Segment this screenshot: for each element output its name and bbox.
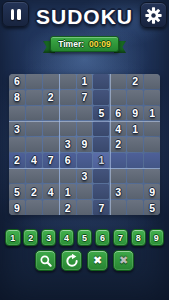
cell-r1c9[interactable] [144, 74, 160, 89]
cell-r6c2[interactable]: 4 [26, 153, 42, 168]
cell-r3c5[interactable] [77, 106, 93, 121]
cell-r9c1[interactable]: 9 [9, 200, 25, 215]
magnifier-icon [39, 254, 53, 268]
cell-r2c4[interactable] [60, 90, 76, 105]
x-gray-icon: ✖ [119, 254, 128, 267]
number-button-4[interactable]: 4 [59, 229, 75, 246]
cell-r6c1[interactable]: 2 [9, 153, 25, 168]
erase-disabled-button[interactable]: ✖ [113, 250, 134, 271]
cell-r1c6[interactable] [93, 74, 109, 89]
cell-r3c4[interactable] [60, 106, 76, 121]
cell-r8c3[interactable]: 4 [43, 184, 59, 199]
cell-r5c5[interactable]: 9 [77, 137, 93, 152]
cell-r4c4[interactable] [60, 121, 76, 136]
timer-ribbon: Timer: 00:09 [0, 35, 169, 55]
cell-r5c9[interactable] [144, 137, 160, 152]
cell-r4c6[interactable] [93, 121, 109, 136]
cell-r3c8[interactable]: 9 [127, 106, 143, 121]
cell-r9c5[interactable] [77, 200, 93, 215]
cell-r6c5[interactable] [77, 153, 93, 168]
cell-r2c3[interactable]: 2 [43, 90, 59, 105]
cell-r1c3[interactable] [43, 74, 59, 89]
cell-r7c6[interactable] [93, 169, 109, 184]
cell-r4c5[interactable] [77, 121, 93, 136]
sudoku-board-wrap: 61282756913413922476135241399275 [9, 74, 160, 215]
erase-button[interactable]: ✖ [87, 250, 108, 271]
gear-icon [145, 7, 162, 24]
cell-r3c7[interactable]: 6 [110, 106, 126, 121]
cell-r8c5[interactable] [77, 184, 93, 199]
undo-button[interactable] [61, 250, 82, 271]
cell-r8c4[interactable]: 1 [60, 184, 76, 199]
cell-r5c3[interactable] [43, 137, 59, 152]
hint-button[interactable] [35, 250, 56, 271]
cell-r2c6[interactable] [93, 90, 109, 105]
cell-r5c7[interactable]: 2 [110, 137, 126, 152]
cell-r3c1[interactable] [9, 106, 25, 121]
cell-r8c2[interactable]: 2 [26, 184, 42, 199]
cell-r9c7[interactable] [110, 200, 126, 215]
cell-r9c9[interactable]: 5 [144, 200, 160, 215]
cell-r6c6[interactable]: 1 [93, 153, 109, 168]
cell-r7c9[interactable] [144, 169, 160, 184]
cell-r8c9[interactable]: 9 [144, 184, 160, 199]
cell-r5c1[interactable] [9, 137, 25, 152]
sudoku-board: 61282756913413922476135241399275 [9, 74, 160, 215]
number-button-1[interactable]: 1 [5, 229, 21, 246]
cell-r1c1[interactable]: 6 [9, 74, 25, 89]
sudoku-app-screen: SUDOKU Timer: [0, 0, 169, 300]
cell-r6c7[interactable] [110, 153, 126, 168]
cell-r9c6[interactable]: 7 [93, 200, 109, 215]
number-button-8[interactable]: 8 [131, 229, 147, 246]
cell-r7c5[interactable]: 3 [77, 169, 93, 184]
cell-r6c9[interactable] [144, 153, 160, 168]
cell-r9c8[interactable] [127, 200, 143, 215]
number-button-7[interactable]: 7 [113, 229, 129, 246]
timer-label: Timer: [58, 39, 84, 49]
cell-r9c4[interactable]: 2 [60, 200, 76, 215]
cell-r8c1[interactable]: 5 [9, 184, 25, 199]
timer-bar: Timer: 00:09 [50, 36, 119, 52]
number-button-9[interactable]: 9 [149, 229, 165, 246]
cell-r3c2[interactable] [26, 106, 42, 121]
cell-r4c8[interactable]: 1 [127, 121, 143, 136]
cell-r7c7[interactable] [110, 169, 126, 184]
cell-r5c2[interactable] [26, 137, 42, 152]
number-buttons-row: 123456789 [5, 229, 164, 246]
number-button-3[interactable]: 3 [41, 229, 57, 246]
cell-r2c5[interactable]: 7 [77, 90, 93, 105]
cell-r4c2[interactable] [26, 121, 42, 136]
cell-r5c4[interactable]: 3 [60, 137, 76, 152]
cell-r2c2[interactable] [26, 90, 42, 105]
cell-r7c8[interactable] [127, 169, 143, 184]
cell-r4c7[interactable]: 4 [110, 121, 126, 136]
cell-r2c1[interactable]: 8 [9, 90, 25, 105]
number-button-6[interactable]: 6 [95, 229, 111, 246]
cell-r3c9[interactable]: 1 [144, 106, 160, 121]
cell-r9c2[interactable] [26, 200, 42, 215]
cell-r5c6[interactable] [93, 137, 109, 152]
cell-r8c6[interactable] [93, 184, 109, 199]
cell-r7c2[interactable] [26, 169, 42, 184]
cell-r2c8[interactable] [127, 90, 143, 105]
cell-r7c4[interactable] [60, 169, 76, 184]
cell-r7c1[interactable] [9, 169, 25, 184]
cell-r4c9[interactable] [144, 121, 160, 136]
toolbar: ✖ ✖ [0, 250, 169, 271]
number-button-2[interactable]: 2 [23, 229, 39, 246]
x-white-icon: ✖ [93, 254, 102, 267]
cell-r8c7[interactable]: 3 [110, 184, 126, 199]
cell-r7c3[interactable] [43, 169, 59, 184]
cell-r2c9[interactable] [144, 90, 160, 105]
number-button-5[interactable]: 5 [77, 229, 93, 246]
cell-r6c4[interactable]: 6 [60, 153, 76, 168]
cell-r1c2[interactable] [26, 74, 42, 89]
cell-r2c7[interactable] [110, 90, 126, 105]
timer-value: 00:09 [89, 39, 111, 49]
cell-r8c8[interactable] [127, 184, 143, 199]
cell-r3c6[interactable]: 5 [93, 106, 109, 121]
redo-arrow-icon [65, 254, 79, 268]
cell-r6c3[interactable]: 7 [43, 153, 59, 168]
cell-r1c7[interactable] [110, 74, 126, 89]
cell-r1c4[interactable] [60, 74, 76, 89]
cell-r4c1[interactable]: 3 [9, 121, 25, 136]
settings-button[interactable] [140, 2, 167, 28]
cell-r5c8[interactable] [127, 137, 143, 152]
cell-r6c8[interactable] [127, 153, 143, 168]
cell-r3c3[interactable] [43, 106, 59, 121]
cell-r1c8[interactable]: 2 [127, 74, 143, 89]
cell-r1c5[interactable]: 1 [77, 74, 93, 89]
cell-r4c3[interactable] [43, 121, 59, 136]
cell-r9c3[interactable] [43, 200, 59, 215]
